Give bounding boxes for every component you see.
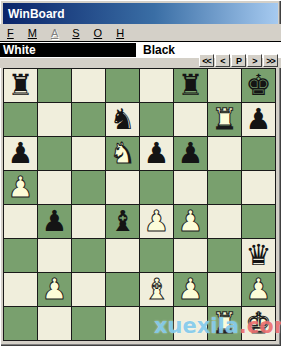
piece-black-pawn: ♟ [8,137,34,170]
square-a8[interactable]: ♜ [4,69,37,102]
menu-action: A [51,27,58,39]
piece-white-pawn: ♟ [42,273,68,306]
pause-button[interactable]: P [231,54,246,67]
square-c8[interactable] [72,69,105,102]
black-player-label: Black [136,43,175,57]
square-d2[interactable] [106,273,139,306]
white-player-text: White [3,43,36,57]
piece-white-king: ♚ [246,307,272,340]
menu-file[interactable]: F [7,27,14,39]
square-h7[interactable]: ♟ [242,103,275,136]
piece-white-bishop: ♝ [144,273,170,306]
square-h3[interactable]: ♛ [242,239,275,272]
square-f3[interactable] [174,239,207,272]
square-f2[interactable]: ♟ [174,273,207,306]
square-d4[interactable]: ♝ [106,205,139,238]
piece-black-pawn: ♟ [144,137,170,170]
square-e2[interactable]: ♝ [140,273,173,306]
square-f4[interactable]: ♟ [174,205,207,238]
square-f8[interactable]: ♜ [174,69,207,102]
square-e5[interactable] [140,171,173,204]
piece-black-pawn: ♟ [178,137,204,170]
chess-board: ♜♜♚♞♜♟♟♞♟♟♟♟♝♟♟♛♟♝♟♟♜♚ [3,68,276,341]
black-player-text: Black [143,43,175,57]
square-f6[interactable]: ♟ [174,137,207,170]
nav-buttons: << < P > >> [199,54,278,67]
square-b1[interactable] [38,307,71,340]
piece-black-rook: ♜ [178,69,204,102]
square-g3[interactable] [208,239,241,272]
winboard-window: WinBoard F M A S O H White Black << < P … [0,0,281,346]
piece-white-pawn: ♟ [178,205,204,238]
piece-black-king: ♚ [246,69,272,102]
square-f7[interactable] [174,103,207,136]
square-g2[interactable] [208,273,241,306]
square-g7[interactable]: ♜ [208,103,241,136]
square-g1[interactable]: ♜ [208,307,241,340]
square-b5[interactable] [38,171,71,204]
square-d7[interactable]: ♞ [106,103,139,136]
piece-white-pawn: ♟ [144,205,170,238]
square-g5[interactable] [208,171,241,204]
square-d8[interactable] [106,69,139,102]
square-a7[interactable] [4,103,37,136]
fast-forward-to-end-button[interactable]: >> [263,54,278,67]
square-c7[interactable] [72,103,105,136]
square-e4[interactable]: ♟ [140,205,173,238]
white-player-label: White [0,43,136,57]
piece-black-pawn: ♟ [246,103,272,136]
step-back-button[interactable]: < [215,54,230,67]
square-g8[interactable] [208,69,241,102]
square-e1[interactable] [140,307,173,340]
piece-black-queen: ♛ [246,239,272,272]
square-b4[interactable]: ♟ [38,205,71,238]
square-g6[interactable] [208,137,241,170]
square-e7[interactable] [140,103,173,136]
menu-options[interactable]: O [94,27,103,39]
piece-white-rook: ♜ [212,307,238,340]
rewind-to-start-button[interactable]: << [199,54,214,67]
square-c2[interactable] [72,273,105,306]
square-h1[interactable]: ♚ [242,307,275,340]
square-g4[interactable] [208,205,241,238]
square-c1[interactable] [72,307,105,340]
square-a4[interactable] [4,205,37,238]
square-a2[interactable] [4,273,37,306]
piece-black-rook: ♜ [8,69,34,102]
square-d6[interactable]: ♞ [106,137,139,170]
title-bar[interactable]: WinBoard [3,3,278,24]
square-f1[interactable] [174,307,207,340]
square-h2[interactable]: ♟ [242,273,275,306]
menu-bar: F M A S O H [0,24,281,41]
step-forward-button[interactable]: > [247,54,262,67]
square-b2[interactable]: ♟ [38,273,71,306]
square-a6[interactable]: ♟ [4,137,37,170]
piece-black-pawn: ♟ [42,205,68,238]
square-h8[interactable]: ♚ [242,69,275,102]
square-c6[interactable] [72,137,105,170]
square-b3[interactable] [38,239,71,272]
square-b8[interactable] [38,69,71,102]
square-b7[interactable] [38,103,71,136]
square-a5[interactable]: ♟ [4,171,37,204]
square-d3[interactable] [106,239,139,272]
square-d1[interactable] [106,307,139,340]
piece-black-bishop: ♝ [110,205,136,238]
piece-white-rook: ♜ [212,103,238,136]
square-h4[interactable] [242,205,275,238]
square-h6[interactable] [242,137,275,170]
square-f5[interactable] [174,171,207,204]
piece-white-pawn: ♟ [8,171,34,204]
square-c4[interactable] [72,205,105,238]
square-d5[interactable] [106,171,139,204]
square-e8[interactable] [140,69,173,102]
square-e6[interactable]: ♟ [140,137,173,170]
square-c3[interactable] [72,239,105,272]
piece-white-pawn: ♟ [178,273,204,306]
square-c5[interactable] [72,171,105,204]
menu-help[interactable]: H [116,27,124,39]
window-title: WinBoard [8,7,65,21]
menu-mode[interactable]: M [28,27,37,39]
square-b6[interactable] [38,137,71,170]
menu-step[interactable]: S [72,27,79,39]
square-a1[interactable] [4,307,37,340]
piece-black-knight: ♞ [110,103,136,136]
nav-strip: << < P > >> [0,58,281,68]
piece-white-knight: ♞ [110,137,136,170]
square-a3[interactable] [4,239,37,272]
square-h5[interactable] [242,171,275,204]
square-e3[interactable] [140,239,173,272]
piece-white-pawn: ♟ [246,273,272,306]
